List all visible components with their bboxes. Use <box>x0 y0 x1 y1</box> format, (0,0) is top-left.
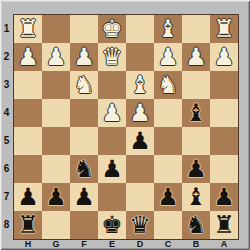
square-a3[interactable] <box>210 71 238 99</box>
square-f5[interactable] <box>70 127 98 155</box>
black-knight: ♞ <box>73 155 95 183</box>
rank-label-3: 3 <box>0 71 13 99</box>
rank-label-8: 8 <box>0 211 13 239</box>
square-b7[interactable]: ♝ <box>182 183 210 211</box>
square-g5[interactable] <box>42 127 70 155</box>
square-c1[interactable]: ♝ <box>154 15 182 43</box>
square-d6[interactable] <box>126 155 154 183</box>
square-a7[interactable]: ♟ <box>210 183 238 211</box>
square-g8[interactable] <box>42 211 70 239</box>
square-d4[interactable]: ♟ <box>126 99 154 127</box>
square-a5[interactable] <box>210 127 238 155</box>
file-label-h: H <box>14 239 42 250</box>
file-labels: HGFEDCBA <box>14 239 238 250</box>
square-e6[interactable]: ♟ <box>98 155 126 183</box>
black-pawn: ♟ <box>185 155 207 183</box>
white-bishop: ♝ <box>129 71 151 99</box>
square-g2[interactable]: ♟ <box>42 43 70 71</box>
black-pawn: ♟ <box>157 183 179 211</box>
black-pawn: ♟ <box>213 183 235 211</box>
black-pawn: ♟ <box>45 183 67 211</box>
file-label-a: A <box>210 239 238 250</box>
white-pawn: ♟ <box>185 43 207 71</box>
black-pawn: ♟ <box>129 127 151 155</box>
square-b4[interactable]: ♝ <box>182 99 210 127</box>
white-pawn: ♟ <box>157 43 179 71</box>
white-knight: ♞ <box>73 71 95 99</box>
black-pawn: ♟ <box>73 183 95 211</box>
square-c2[interactable]: ♟ <box>154 43 182 71</box>
square-d7[interactable] <box>126 183 154 211</box>
square-f7[interactable]: ♟ <box>70 183 98 211</box>
square-h8[interactable]: ♜ <box>14 211 42 239</box>
square-f4[interactable] <box>70 99 98 127</box>
white-rook: ♜ <box>213 15 235 43</box>
square-h4[interactable] <box>14 99 42 127</box>
square-b5[interactable] <box>182 127 210 155</box>
square-a8[interactable]: ♜ <box>210 211 238 239</box>
square-a4[interactable] <box>210 99 238 127</box>
square-g7[interactable]: ♟ <box>42 183 70 211</box>
square-b2[interactable]: ♟ <box>182 43 210 71</box>
square-f2[interactable]: ♟ <box>70 43 98 71</box>
black-rook: ♜ <box>17 211 39 239</box>
square-d8[interactable]: ♛ <box>126 211 154 239</box>
square-b6[interactable]: ♟ <box>182 155 210 183</box>
square-g4[interactable] <box>42 99 70 127</box>
black-bishop: ♝ <box>185 99 207 127</box>
square-a6[interactable] <box>210 155 238 183</box>
white-pawn: ♟ <box>101 99 123 127</box>
rank-label-1: 1 <box>0 15 13 43</box>
square-b1[interactable] <box>182 15 210 43</box>
file-label-b: B <box>182 239 210 250</box>
file-label-c: C <box>154 239 182 250</box>
square-d2[interactable] <box>126 43 154 71</box>
square-c4[interactable] <box>154 99 182 127</box>
square-e4[interactable]: ♟ <box>98 99 126 127</box>
white-pawn: ♟ <box>129 99 151 127</box>
square-d3[interactable]: ♝ <box>126 71 154 99</box>
square-c3[interactable]: ♞ <box>154 71 182 99</box>
square-g3[interactable] <box>42 71 70 99</box>
square-a2[interactable]: ♟ <box>210 43 238 71</box>
square-e3[interactable] <box>98 71 126 99</box>
white-king: ♚ <box>101 15 123 43</box>
white-queen: ♛ <box>101 43 123 71</box>
square-h5[interactable] <box>14 127 42 155</box>
file-label-f: F <box>70 239 98 250</box>
square-a1[interactable]: ♜ <box>210 15 238 43</box>
black-queen: ♛ <box>129 211 151 239</box>
square-d5[interactable]: ♟ <box>126 127 154 155</box>
square-e2[interactable]: ♛ <box>98 43 126 71</box>
board: ♜♚♝♜♟♟♟♛♟♟♟♞♝♞♟♟♝♟♞♟♟♟♟♟♟♝♟♜♚♛♞♜ <box>13 14 239 240</box>
square-d1[interactable] <box>126 15 154 43</box>
white-bishop: ♝ <box>157 15 179 43</box>
black-rook: ♜ <box>213 211 235 239</box>
file-label-g: G <box>42 239 70 250</box>
square-c5[interactable] <box>154 127 182 155</box>
square-g6[interactable] <box>42 155 70 183</box>
rank-label-5: 5 <box>0 127 13 155</box>
black-bishop: ♝ <box>185 183 207 211</box>
rank-label-6: 6 <box>0 155 13 183</box>
rank-labels: 12345678 <box>0 14 13 240</box>
square-f6[interactable]: ♞ <box>70 155 98 183</box>
white-knight: ♞ <box>157 71 179 99</box>
square-b8[interactable]: ♞ <box>182 211 210 239</box>
square-h6[interactable] <box>14 155 42 183</box>
white-pawn: ♟ <box>73 43 95 71</box>
black-king: ♚ <box>101 211 123 239</box>
square-h3[interactable] <box>14 71 42 99</box>
black-knight: ♞ <box>185 211 207 239</box>
square-c6[interactable] <box>154 155 182 183</box>
square-f1[interactable] <box>70 15 98 43</box>
square-e1[interactable]: ♚ <box>98 15 126 43</box>
square-c7[interactable]: ♟ <box>154 183 182 211</box>
white-pawn: ♟ <box>45 43 67 71</box>
square-f8[interactable] <box>70 211 98 239</box>
square-c8[interactable] <box>154 211 182 239</box>
white-rook: ♜ <box>17 15 39 43</box>
rank-label-7: 7 <box>0 183 13 211</box>
chess-diagram: 12345678 ♜♚♝♜♟♟♟♛♟♟♟♞♝♞♟♟♝♟♞♟♟♟♟♟♟♝♟♜♚♛♞… <box>0 0 250 250</box>
square-e5[interactable] <box>98 127 126 155</box>
square-g1[interactable] <box>42 15 70 43</box>
square-e7[interactable] <box>98 183 126 211</box>
square-h1[interactable]: ♜ <box>14 15 42 43</box>
black-pawn: ♟ <box>101 155 123 183</box>
square-e8[interactable]: ♚ <box>98 211 126 239</box>
rank-label-2: 2 <box>0 43 13 71</box>
file-label-e: E <box>98 239 126 250</box>
black-pawn: ♟ <box>17 183 39 211</box>
square-f3[interactable]: ♞ <box>70 71 98 99</box>
white-pawn: ♟ <box>17 43 39 71</box>
square-h2[interactable]: ♟ <box>14 43 42 71</box>
white-pawn: ♟ <box>213 43 235 71</box>
square-h7[interactable]: ♟ <box>14 183 42 211</box>
rank-label-4: 4 <box>0 99 13 127</box>
file-label-d: D <box>126 239 154 250</box>
square-b3[interactable] <box>182 71 210 99</box>
